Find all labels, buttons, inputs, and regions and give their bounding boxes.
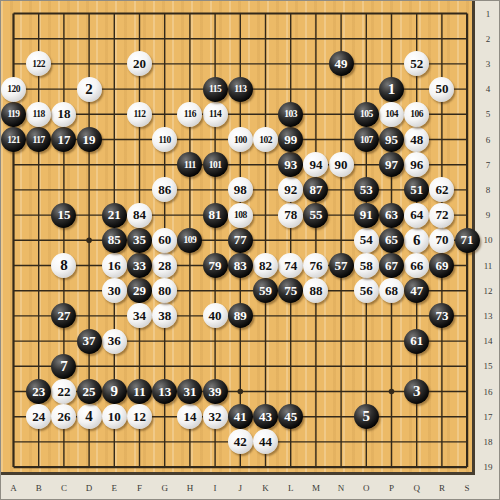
stone-move-number: 11 [133, 384, 145, 400]
go-stone-Q5: 106 [404, 102, 429, 127]
stone-move-number: 23 [32, 384, 45, 400]
go-stone-P11: 67 [379, 253, 404, 278]
column-label-E: E [105, 483, 123, 493]
stone-move-number: 13 [158, 384, 171, 400]
go-stone-O17: 5 [354, 404, 379, 429]
stone-move-number: 25 [83, 384, 96, 400]
go-stone-E10: 85 [102, 228, 127, 253]
stone-move-number: 113 [234, 84, 246, 94]
stone-move-number: 85 [108, 232, 121, 248]
stone-move-number: 100 [234, 135, 247, 145]
stone-move-number: 12 [133, 409, 146, 425]
go-stone-D17: 4 [77, 404, 102, 429]
stone-move-number: 45 [284, 409, 297, 425]
stone-move-number: 47 [410, 283, 423, 299]
row-label-16: 16 [475, 387, 500, 397]
stone-move-number: 15 [57, 207, 70, 223]
go-diagram: 1234567891011121314151617181920212223242… [0, 0, 500, 500]
stone-move-number: 64 [410, 207, 423, 223]
go-stone-A5: 119 [1, 102, 26, 127]
go-stone-O12: 56 [354, 278, 379, 303]
stone-move-number: 3 [413, 383, 421, 400]
go-stone-P6: 95 [379, 127, 404, 152]
stone-move-number: 26 [57, 409, 70, 425]
stone-move-number: 118 [33, 109, 45, 119]
go-stone-I5: 114 [203, 102, 228, 127]
stone-move-number: 42 [234, 434, 247, 450]
stone-move-number: 32 [209, 409, 222, 425]
stone-move-number: 120 [7, 84, 20, 94]
stone-move-number: 30 [108, 283, 121, 299]
stone-move-number: 41 [234, 409, 247, 425]
go-stone-E14: 36 [102, 329, 127, 354]
stone-move-number: 9 [111, 383, 119, 400]
stone-move-number: 98 [234, 182, 247, 198]
stone-move-number: 34 [133, 308, 146, 324]
stone-move-number: 72 [435, 207, 448, 223]
go-stone-J11: 83 [228, 253, 253, 278]
go-stone-D14: 37 [77, 329, 102, 354]
go-stone-I9: 81 [203, 203, 228, 228]
go-stone-B5: 118 [26, 102, 51, 127]
stone-move-number: 86 [158, 182, 171, 198]
go-stone-J4: 113 [228, 77, 253, 102]
column-label-J: J [231, 483, 249, 493]
column-label-L: L [282, 483, 300, 493]
stone-move-number: 67 [385, 258, 398, 274]
stone-move-number: 1 [388, 81, 396, 98]
go-stone-P5: 104 [379, 102, 404, 127]
stone-move-number: 14 [183, 409, 196, 425]
stone-move-number: 55 [309, 207, 322, 223]
go-stone-I13: 40 [203, 303, 228, 328]
stone-move-number: 74 [284, 258, 297, 274]
stone-move-number: 80 [158, 283, 171, 299]
go-stone-P9: 63 [379, 203, 404, 228]
go-stone-E16: 9 [102, 379, 127, 404]
row-label-19: 19 [475, 462, 500, 472]
stone-move-number: 84 [133, 207, 146, 223]
go-stone-P10: 65 [379, 228, 404, 253]
stone-move-number: 78 [284, 207, 297, 223]
stone-move-number: 29 [133, 283, 146, 299]
stone-move-number: 58 [360, 258, 373, 274]
column-label-G: G [156, 483, 174, 493]
go-stone-I4: 115 [203, 77, 228, 102]
go-stone-F9: 84 [127, 203, 152, 228]
go-stone-I17: 32 [203, 404, 228, 429]
column-label-O: O [357, 483, 375, 493]
column-label-I: I [206, 483, 224, 493]
stone-move-number: 91 [360, 207, 373, 223]
stone-move-number: 73 [435, 308, 448, 324]
stone-move-number: 82 [259, 258, 272, 274]
row-label-3: 3 [475, 59, 500, 69]
column-label-K: K [257, 483, 275, 493]
go-stone-F16: 11 [127, 379, 152, 404]
stone-move-number: 53 [360, 182, 373, 198]
stone-move-number: 5 [363, 408, 371, 425]
go-stone-O6: 107 [354, 127, 379, 152]
stone-move-number: 24 [32, 409, 45, 425]
stone-move-number: 36 [108, 333, 121, 349]
go-stone-Q10: 6 [404, 228, 429, 253]
column-label-S: S [458, 483, 476, 493]
row-labels: 12345678910111213141516171819 [475, 1, 500, 500]
stone-move-number: 17 [57, 132, 70, 148]
go-stone-D4: 2 [77, 77, 102, 102]
row-label-14: 14 [475, 336, 500, 346]
row-label-15: 15 [475, 361, 500, 371]
row-label-7: 7 [475, 160, 500, 170]
stone-move-number: 69 [435, 258, 448, 274]
go-stone-N3: 49 [329, 51, 354, 76]
go-stone-I7: 101 [203, 152, 228, 177]
go-stone-Q14: 61 [404, 329, 429, 354]
stone-move-number: 56 [360, 283, 373, 299]
go-stone-R4: 50 [429, 77, 454, 102]
stone-move-number: 63 [385, 207, 398, 223]
stone-move-number: 70 [435, 232, 448, 248]
go-stone-O5: 105 [354, 102, 379, 127]
stone-move-number: 57 [335, 258, 348, 274]
column-label-R: R [433, 483, 451, 493]
go-stone-F11: 33 [127, 253, 152, 278]
go-stone-E11: 16 [102, 253, 127, 278]
column-label-Q: Q [408, 483, 426, 493]
row-label-5: 5 [475, 109, 500, 119]
go-stone-N11: 57 [329, 253, 354, 278]
column-label-H: H [181, 483, 199, 493]
stone-move-number: 59 [259, 283, 272, 299]
stone-move-number: 71 [461, 232, 474, 248]
stone-move-number: 101 [209, 160, 222, 170]
stone-move-number: 8 [60, 257, 68, 274]
go-stone-L5: 103 [278, 102, 303, 127]
stone-move-number: 10 [108, 409, 121, 425]
row-label-4: 4 [475, 84, 500, 94]
stone-move-number: 104 [385, 109, 398, 119]
stone-move-number: 119 [7, 109, 19, 119]
go-stone-O9: 91 [354, 203, 379, 228]
stone-move-number: 114 [209, 109, 221, 119]
stone-move-number: 88 [309, 283, 322, 299]
stone-move-number: 76 [309, 258, 322, 274]
stone-move-number: 28 [158, 258, 171, 274]
stone-move-number: 43 [259, 409, 272, 425]
stone-move-number: 105 [360, 109, 373, 119]
go-stone-O11: 58 [354, 253, 379, 278]
row-label-6: 6 [475, 135, 500, 145]
go-stone-N7: 90 [329, 152, 354, 177]
go-stone-J9: 108 [228, 203, 253, 228]
go-stone-F5: 112 [127, 102, 152, 127]
stone-move-number: 79 [209, 258, 222, 274]
stone-move-number: 97 [385, 157, 398, 173]
stone-move-number: 96 [410, 157, 423, 173]
stone-move-number: 40 [209, 308, 222, 324]
stone-move-number: 6 [413, 232, 421, 249]
stone-move-number: 18 [57, 106, 70, 122]
go-stone-J10: 77 [228, 228, 253, 253]
column-labels: ABCDEFGHIJKLMNOPQRS [1, 475, 475, 500]
stone-move-number: 33 [133, 258, 146, 274]
stone-move-number: 38 [158, 308, 171, 324]
stone-move-number: 20 [133, 56, 146, 72]
stone-move-number: 68 [385, 283, 398, 299]
go-stone-I11: 79 [203, 253, 228, 278]
go-stone-A4: 120 [1, 77, 26, 102]
stone-move-number: 39 [209, 384, 222, 400]
stone-move-number: 66 [410, 258, 423, 274]
column-label-C: C [55, 483, 73, 493]
stone-move-number: 117 [33, 135, 45, 145]
stone-move-number: 49 [335, 56, 348, 72]
stone-move-number: 4 [85, 408, 93, 425]
stone-move-number: 121 [7, 135, 20, 145]
go-stone-A6: 121 [1, 127, 26, 152]
row-label-2: 2 [475, 34, 500, 44]
go-stone-J6: 100 [228, 127, 253, 152]
stone-move-number: 35 [133, 232, 146, 248]
column-label-A: A [5, 483, 23, 493]
stone-move-number: 62 [435, 182, 448, 198]
go-board[interactable]: 1234567891011121314151617181920212223242… [1, 1, 475, 475]
stone-move-number: 81 [209, 207, 222, 223]
stone-move-number: 52 [410, 56, 423, 72]
stone-move-number: 99 [284, 132, 297, 148]
stone-move-number: 87 [309, 182, 322, 198]
go-stone-F10: 35 [127, 228, 152, 253]
stone-move-number: 31 [183, 384, 196, 400]
go-stone-M9: 55 [303, 203, 328, 228]
go-stone-D6: 19 [77, 127, 102, 152]
go-stone-C9: 15 [51, 203, 76, 228]
stone-move-number: 2 [85, 81, 93, 98]
row-label-17: 17 [475, 412, 500, 422]
go-stone-L9: 78 [278, 203, 303, 228]
row-label-1: 1 [475, 9, 500, 19]
column-label-D: D [80, 483, 98, 493]
stone-move-number: 61 [410, 333, 423, 349]
stone-move-number: 19 [83, 132, 96, 148]
stone-move-number: 102 [259, 135, 272, 145]
go-stone-S10: 71 [455, 228, 480, 253]
row-label-12: 12 [475, 286, 500, 296]
stone-move-number: 94 [309, 157, 322, 173]
row-label-8: 8 [475, 185, 500, 195]
stone-move-number: 22 [57, 384, 70, 400]
stone-move-number: 109 [184, 235, 197, 245]
go-stone-K11: 82 [253, 253, 278, 278]
stone-move-number: 27 [57, 308, 70, 324]
stone-move-number: 110 [159, 135, 171, 145]
go-stone-I16: 39 [203, 379, 228, 404]
stone-move-number: 107 [360, 135, 373, 145]
stone-move-number: 54 [360, 232, 373, 248]
go-stone-Q9: 64 [404, 203, 429, 228]
stone-move-number: 89 [234, 308, 247, 324]
stone-move-number: 103 [284, 109, 297, 119]
stone-move-number: 116 [184, 109, 196, 119]
stone-move-number: 60 [158, 232, 171, 248]
go-stone-P4: 1 [379, 77, 404, 102]
stone-move-number: 106 [410, 109, 423, 119]
column-label-N: N [332, 483, 350, 493]
stone-move-number: 7 [60, 358, 68, 375]
go-stone-E17: 10 [102, 404, 127, 429]
stone-move-number: 50 [435, 81, 448, 97]
stone-move-number: 122 [32, 59, 45, 69]
stone-move-number: 108 [234, 210, 247, 220]
stone-move-number: 95 [385, 132, 398, 148]
stone-move-number: 112 [133, 109, 145, 119]
column-label-P: P [383, 483, 401, 493]
stone-move-number: 51 [410, 182, 423, 198]
go-stone-K6: 102 [253, 127, 278, 152]
row-label-18: 18 [475, 437, 500, 447]
row-label-9: 9 [475, 210, 500, 220]
stone-move-number: 93 [284, 157, 297, 173]
row-label-13: 13 [475, 311, 500, 321]
stone-move-number: 83 [234, 258, 247, 274]
stone-move-number: 77 [234, 232, 247, 248]
stone-move-number: 16 [108, 258, 121, 274]
column-label-B: B [30, 483, 48, 493]
column-label-F: F [131, 483, 149, 493]
stone-move-number: 48 [410, 132, 423, 148]
stone-move-number: 37 [83, 333, 96, 349]
go-stone-E9: 21 [102, 203, 127, 228]
stone-move-number: 44 [259, 434, 272, 450]
go-stone-O10: 54 [354, 228, 379, 253]
go-stone-E12: 30 [102, 278, 127, 303]
stone-move-number: 92 [284, 182, 297, 198]
go-stone-D16: 25 [77, 379, 102, 404]
stone-move-number: 65 [385, 232, 398, 248]
stone-move-number: 21 [108, 207, 121, 223]
row-label-11: 11 [475, 261, 500, 271]
stone-move-number: 115 [209, 84, 221, 94]
stone-move-number: 111 [184, 160, 196, 170]
go-stone-J17: 41 [228, 404, 253, 429]
column-label-M: M [307, 483, 325, 493]
go-stone-G10: 60 [152, 228, 177, 253]
go-stone-R9: 72 [429, 203, 454, 228]
stone-move-number: 75 [284, 283, 297, 299]
stone-move-number: 90 [335, 157, 348, 173]
